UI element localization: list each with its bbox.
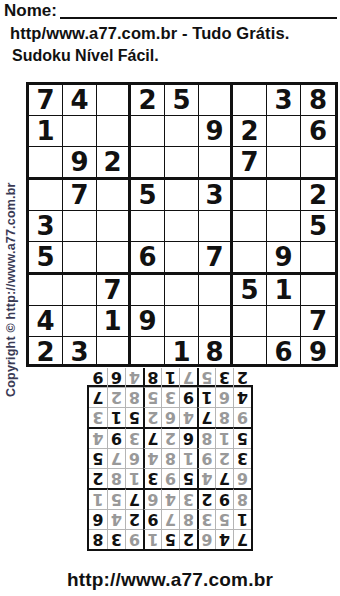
name-row: Nome: bbox=[4, 2, 337, 19]
solution-cell-given: 7 bbox=[125, 488, 143, 509]
solution-cell-solved: 2 bbox=[143, 407, 161, 427]
puzzle-cell-given: 5 bbox=[301, 211, 335, 242]
solution-cell-solved: 8 bbox=[215, 407, 233, 427]
puzzle-cell-empty bbox=[165, 116, 199, 147]
sudoku-solution-grid-rotated: 7462519381538792468923467516745931823291… bbox=[87, 385, 253, 551]
puzzle-cell-empty bbox=[233, 211, 267, 242]
copyright-vertical-text: Copyright © http://www.a77.com.br bbox=[4, 147, 18, 397]
solution-cell-solved: 1 bbox=[179, 448, 197, 468]
solution-cell-solved: 3 bbox=[125, 427, 143, 448]
puzzle-cell-empty bbox=[97, 116, 131, 147]
solution-cell-solved: 7 bbox=[179, 368, 197, 387]
puzzle-cell-given: 1 bbox=[267, 275, 301, 306]
puzzle-cell-empty bbox=[131, 211, 165, 242]
puzzle-cell-empty bbox=[199, 147, 233, 180]
puzzle-cell-empty bbox=[199, 306, 233, 337]
puzzle-cell-given: 3 bbox=[29, 211, 63, 242]
solution-cell-given: 5 bbox=[233, 427, 251, 448]
solution-cell-solved: 5 bbox=[197, 368, 215, 387]
solution-cell-given: 4 bbox=[233, 387, 251, 407]
solution-cell-given: 9 bbox=[107, 427, 125, 448]
puzzle-cell-given: 2 bbox=[131, 85, 165, 116]
solution-cell-given: 5 bbox=[125, 407, 143, 427]
solution-cell-given: 1 bbox=[161, 368, 179, 387]
puzzle-cell-empty bbox=[267, 306, 301, 337]
puzzle-cell-empty bbox=[233, 85, 267, 116]
solution-cell-given: 9 bbox=[215, 488, 233, 509]
puzzle-cell-empty bbox=[199, 85, 233, 116]
puzzle-cell-empty bbox=[97, 85, 131, 116]
solution-cell-solved: 9 bbox=[125, 529, 143, 549]
puzzle-cell-given: 7 bbox=[63, 180, 97, 211]
puzzle-cell-empty bbox=[165, 275, 199, 306]
solution-cell-solved: 8 bbox=[197, 427, 215, 448]
puzzle-cell-empty bbox=[165, 211, 199, 242]
puzzle-cell-empty bbox=[131, 275, 165, 306]
solution-cell-given: 7 bbox=[143, 427, 161, 448]
solution-cell-given: 8 bbox=[143, 368, 161, 387]
puzzle-cell-empty bbox=[63, 242, 97, 275]
puzzle-cell-empty bbox=[29, 275, 63, 306]
puzzle-cell-given: 2 bbox=[301, 180, 335, 211]
solution-cell-given: 6 bbox=[179, 427, 197, 448]
puzzle-cell-empty bbox=[199, 275, 233, 306]
solution-cell-solved: 2 bbox=[161, 427, 179, 448]
puzzle-cell-empty bbox=[97, 337, 131, 367]
puzzle-cell-empty bbox=[131, 116, 165, 147]
puzzle-cell-empty bbox=[131, 147, 165, 180]
puzzle-cell-given: 1 bbox=[97, 306, 131, 337]
solution-cell-given: 2 bbox=[179, 529, 197, 549]
solution-cell-solved: 4 bbox=[143, 448, 161, 468]
puzzle-cell-empty bbox=[97, 211, 131, 242]
solution-cell-solved: 6 bbox=[125, 448, 143, 468]
solution-cell-solved: 7 bbox=[107, 448, 125, 468]
name-write-line bbox=[60, 3, 337, 19]
puzzle-cell-given: 3 bbox=[63, 337, 97, 367]
solution-cell-given: 1 bbox=[233, 509, 251, 529]
solution-cell-given: 2 bbox=[89, 468, 107, 488]
puzzle-level-heading: Sudoku Nível Fácil. bbox=[12, 47, 159, 65]
puzzle-cell-empty bbox=[267, 211, 301, 242]
solution-cell-solved: 6 bbox=[161, 407, 179, 427]
puzzle-cell-empty bbox=[165, 147, 199, 180]
solution-cell-given: 2 bbox=[125, 509, 143, 529]
solution-cell-given: 6 bbox=[89, 509, 107, 529]
solution-cell-solved: 4 bbox=[197, 468, 215, 488]
solution-cell-given: 5 bbox=[179, 468, 197, 488]
puzzle-cell-empty bbox=[29, 180, 63, 211]
puzzle-cell-given: 2 bbox=[29, 337, 63, 367]
puzzle-cell-empty bbox=[233, 242, 267, 275]
solution-cell-solved: 5 bbox=[215, 509, 233, 529]
solution-cell-given: 3 bbox=[107, 529, 125, 549]
solution-cell-given: 5 bbox=[89, 448, 107, 468]
solution-cell-solved: 1 bbox=[125, 468, 143, 488]
solution-cell-given: 7 bbox=[233, 529, 251, 549]
solution-cell-given: 7 bbox=[89, 387, 107, 407]
puzzle-cell-empty bbox=[97, 242, 131, 275]
puzzle-cell-given: 5 bbox=[29, 242, 63, 275]
solution-cell-solved: 6 bbox=[215, 387, 233, 407]
puzzle-cell-given: 7 bbox=[97, 275, 131, 306]
solution-cell-given: 9 bbox=[89, 368, 107, 387]
puzzle-cell-given: 6 bbox=[301, 116, 335, 147]
sudoku-worksheet-page: Nome: http/www.a77.com.br - Tudo Grátis.… bbox=[0, 0, 340, 596]
puzzle-cell-given: 1 bbox=[29, 116, 63, 147]
solution-cell-solved: 8 bbox=[125, 387, 143, 407]
solution-cell-solved: 4 bbox=[89, 427, 107, 448]
puzzle-cell-empty bbox=[131, 337, 165, 367]
puzzle-cell-empty bbox=[301, 147, 335, 180]
puzzle-cell-empty bbox=[165, 180, 199, 211]
solution-cell-given: 5 bbox=[161, 529, 179, 549]
puzzle-cell-given: 7 bbox=[199, 242, 233, 275]
puzzle-cell-empty bbox=[199, 211, 233, 242]
solution-cell-solved: 1 bbox=[89, 488, 107, 509]
solution-cell-solved: 8 bbox=[107, 468, 125, 488]
solution-cell-solved: 1 bbox=[215, 427, 233, 448]
solution-cell-given: 7 bbox=[197, 407, 215, 427]
solution-cell-given: 3 bbox=[215, 368, 233, 387]
puzzle-cell-empty bbox=[233, 337, 267, 367]
solution-cell-solved: 4 bbox=[161, 488, 179, 509]
solution-cell-solved: 9 bbox=[161, 468, 179, 488]
solution-cell-solved: 3 bbox=[161, 387, 179, 407]
puzzle-cell-given: 9 bbox=[267, 242, 301, 275]
solution-cell-given: 6 bbox=[107, 368, 125, 387]
puzzle-cell-empty bbox=[267, 180, 301, 211]
solution-cell-solved: 5 bbox=[143, 387, 161, 407]
puzzle-cell-given: 5 bbox=[131, 180, 165, 211]
solution-cell-solved: 4 bbox=[107, 509, 125, 529]
puzzle-cell-given: 7 bbox=[301, 306, 335, 337]
solution-cell-given: 3 bbox=[233, 448, 251, 468]
puzzle-cell-given: 2 bbox=[233, 116, 267, 147]
puzzle-cell-empty bbox=[63, 306, 97, 337]
solution-cell-given: 8 bbox=[89, 529, 107, 549]
sudoku-puzzle-grid: 742538192692775323556797514197231869 bbox=[26, 82, 338, 367]
puzzle-cell-given: 4 bbox=[29, 306, 63, 337]
solution-cell-given: 1 bbox=[107, 407, 125, 427]
puzzle-cell-empty bbox=[267, 116, 301, 147]
puzzle-cell-empty bbox=[301, 242, 335, 275]
puzzle-cell-given: 5 bbox=[233, 275, 267, 306]
solution-cell-solved: 4 bbox=[125, 368, 143, 387]
solution-cell-given: 2 bbox=[197, 488, 215, 509]
solution-cell-solved: 2 bbox=[215, 448, 233, 468]
solution-cell-solved: 6 bbox=[233, 468, 251, 488]
footer-url: http://www.a77.com.br bbox=[0, 569, 340, 591]
puzzle-cell-given: 9 bbox=[131, 306, 165, 337]
puzzle-cell-given: 8 bbox=[301, 85, 335, 116]
puzzle-cell-empty bbox=[267, 147, 301, 180]
puzzle-cell-empty bbox=[233, 180, 267, 211]
solution-cell-solved: 9 bbox=[197, 448, 215, 468]
puzzle-cell-given: 8 bbox=[199, 337, 233, 367]
solution-cell-given: 4 bbox=[215, 529, 233, 549]
name-label: Nome: bbox=[4, 2, 57, 19]
puzzle-cell-empty bbox=[301, 275, 335, 306]
solution-cell-solved: 8 bbox=[179, 509, 197, 529]
solution-cell-given: 2 bbox=[233, 368, 251, 387]
solution-cell-solved: 4 bbox=[179, 407, 197, 427]
solution-cell-given: 9 bbox=[179, 387, 197, 407]
solution-cell-given: 1 bbox=[197, 387, 215, 407]
puzzle-cell-given: 7 bbox=[29, 85, 63, 116]
puzzle-cell-given: 2 bbox=[97, 147, 131, 180]
puzzle-cell-given: 4 bbox=[63, 85, 97, 116]
solution-cell-given: 9 bbox=[143, 509, 161, 529]
solution-cell-solved: 3 bbox=[179, 488, 197, 509]
site-url-heading: http/www.a77.com.br - Tudo Grátis. bbox=[10, 24, 289, 43]
solution-cell-solved: 8 bbox=[233, 488, 251, 509]
puzzle-cell-given: 9 bbox=[301, 337, 335, 367]
solution-cell-solved: 8 bbox=[161, 448, 179, 468]
puzzle-cell-given: 5 bbox=[165, 85, 199, 116]
puzzle-cell-empty bbox=[29, 147, 63, 180]
solution-cell-solved: 3 bbox=[89, 407, 107, 427]
puzzle-cell-empty bbox=[165, 306, 199, 337]
puzzle-cell-given: 9 bbox=[199, 116, 233, 147]
solution-cell-given: 3 bbox=[143, 468, 161, 488]
solution-cell-solved: 5 bbox=[107, 488, 125, 509]
solution-cell-solved: 3 bbox=[197, 509, 215, 529]
puzzle-cell-given: 1 bbox=[165, 337, 199, 367]
puzzle-cell-given: 9 bbox=[63, 147, 97, 180]
puzzle-cell-given: 6 bbox=[267, 337, 301, 367]
puzzle-cell-empty bbox=[63, 116, 97, 147]
solution-cell-solved: 7 bbox=[161, 509, 179, 529]
solution-cell-solved: 9 bbox=[233, 407, 251, 427]
solution-cell-solved: 6 bbox=[197, 529, 215, 549]
puzzle-cell-given: 6 bbox=[131, 242, 165, 275]
solution-cell-solved: 6 bbox=[143, 488, 161, 509]
puzzle-cell-empty bbox=[63, 275, 97, 306]
solution-cell-solved: 2 bbox=[107, 387, 125, 407]
puzzle-cell-empty bbox=[233, 306, 267, 337]
puzzle-cell-empty bbox=[63, 211, 97, 242]
puzzle-cell-given: 3 bbox=[199, 180, 233, 211]
solution-cell-given: 7 bbox=[215, 468, 233, 488]
puzzle-cell-empty bbox=[165, 242, 199, 275]
puzzle-cell-empty bbox=[97, 180, 131, 211]
solution-cell-solved: 1 bbox=[143, 529, 161, 549]
puzzle-cell-given: 7 bbox=[233, 147, 267, 180]
puzzle-cell-given: 3 bbox=[267, 85, 301, 116]
